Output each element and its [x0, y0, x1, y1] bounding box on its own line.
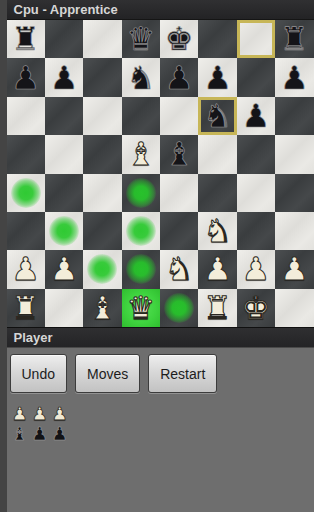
square-a1[interactable]: ♜: [7, 289, 45, 327]
black-bishop-icon: ♝: [165, 138, 194, 170]
square-g8[interactable]: [237, 20, 275, 58]
square-f6[interactable]: ♞: [198, 97, 236, 135]
white-rook-icon: ♜: [11, 292, 40, 324]
captured-black-pieces-row: ♝♟♟: [12, 423, 314, 443]
white-bishop-icon: ♝: [126, 138, 155, 170]
square-b3[interactable]: [45, 212, 83, 250]
title-bar: Cpu - Apprentice: [7, 0, 314, 20]
black-pawn-icon: ♟: [280, 62, 309, 94]
square-f2[interactable]: ♟: [198, 250, 236, 288]
square-c3[interactable]: [83, 212, 121, 250]
undo-button[interactable]: Undo: [10, 354, 67, 393]
square-c2[interactable]: [83, 250, 121, 288]
square-b6[interactable]: [45, 97, 83, 135]
square-h7[interactable]: ♟: [275, 58, 313, 96]
black-king-icon: ♚: [165, 23, 194, 55]
captured-black-pawn-icon: ♟: [32, 425, 52, 443]
black-pawn-icon: ♟: [11, 62, 40, 94]
captured-white-pawn-icon: ♟: [52, 405, 72, 423]
white-bishop-icon: ♝: [88, 292, 117, 324]
legal-move-dot: [126, 254, 156, 284]
captured-white-pieces-row: ♟♟♟: [12, 403, 314, 423]
square-b7[interactable]: ♟: [45, 58, 83, 96]
captured-black-bishop-icon: ♝: [12, 425, 32, 443]
square-e6[interactable]: [160, 97, 198, 135]
square-e2[interactable]: ♞: [160, 250, 198, 288]
white-pawn-icon: ♟: [50, 253, 79, 285]
square-d4[interactable]: [122, 174, 160, 212]
square-b4[interactable]: [45, 174, 83, 212]
square-d5[interactable]: ♝: [122, 135, 160, 173]
black-knight-icon: ♞: [203, 100, 232, 132]
chess-board: ♜♛♚♜♟♟♞♟♟♟♞♟♝♝♞♟♟♞♟♟♟♜♝♛♜♚: [7, 20, 314, 327]
black-knight-icon: ♞: [126, 62, 155, 94]
square-f1[interactable]: ♜: [198, 289, 236, 327]
captured-white-pawn-icon: ♟: [12, 405, 32, 423]
square-d7[interactable]: ♞: [122, 58, 160, 96]
app-title: Cpu - Apprentice: [14, 2, 118, 17]
square-g5[interactable]: [237, 135, 275, 173]
white-pawn-icon: ♟: [280, 253, 309, 285]
square-f5[interactable]: [198, 135, 236, 173]
square-h8[interactable]: ♜: [275, 20, 313, 58]
square-h2[interactable]: ♟: [275, 250, 313, 288]
white-pawn-icon: ♟: [203, 253, 232, 285]
captured-black-pawn-icon: ♟: [52, 425, 72, 443]
square-h4[interactable]: [275, 174, 313, 212]
square-b8[interactable]: [45, 20, 83, 58]
black-pawn-icon: ♟: [203, 62, 232, 94]
square-a8[interactable]: ♜: [7, 20, 45, 58]
square-e3[interactable]: [160, 212, 198, 250]
square-h5[interactable]: [275, 135, 313, 173]
square-f4[interactable]: [198, 174, 236, 212]
square-h3[interactable]: [275, 212, 313, 250]
square-a4[interactable]: [7, 174, 45, 212]
square-c4[interactable]: [83, 174, 121, 212]
square-d8[interactable]: ♛: [122, 20, 160, 58]
square-h6[interactable]: [275, 97, 313, 135]
square-f7[interactable]: ♟: [198, 58, 236, 96]
black-pawn-icon: ♟: [242, 100, 271, 132]
white-knight-icon: ♞: [203, 215, 232, 247]
legal-move-dot: [11, 178, 41, 208]
player-label: Player: [14, 330, 53, 345]
square-a6[interactable]: [7, 97, 45, 135]
square-d3[interactable]: [122, 212, 160, 250]
square-g7[interactable]: [237, 58, 275, 96]
restart-button[interactable]: Restart: [148, 354, 217, 393]
black-pawn-icon: ♟: [165, 62, 194, 94]
white-pawn-icon: ♟: [242, 253, 271, 285]
square-g6[interactable]: ♟: [237, 97, 275, 135]
white-queen-icon: ♛: [126, 292, 155, 324]
white-pawn-icon: ♟: [11, 253, 40, 285]
square-a2[interactable]: ♟: [7, 250, 45, 288]
captured-white-pawn-icon: ♟: [32, 405, 52, 423]
square-f3[interactable]: ♞: [198, 212, 236, 250]
square-d6[interactable]: [122, 97, 160, 135]
square-a3[interactable]: [7, 212, 45, 250]
square-e1[interactable]: [160, 289, 198, 327]
square-e8[interactable]: ♚: [160, 20, 198, 58]
button-row: Undo Moves Restart: [10, 354, 314, 393]
square-f8[interactable]: [198, 20, 236, 58]
square-c8[interactable]: [83, 20, 121, 58]
legal-move-dot: [164, 293, 194, 323]
square-g1[interactable]: ♚: [237, 289, 275, 327]
black-rook-icon: ♜: [11, 23, 40, 55]
white-rook-icon: ♜: [203, 292, 232, 324]
black-rook-icon: ♜: [280, 23, 309, 55]
square-e7[interactable]: ♟: [160, 58, 198, 96]
black-pawn-icon: ♟: [50, 62, 79, 94]
square-d2[interactable]: [122, 250, 160, 288]
square-d1[interactable]: ♛: [122, 289, 160, 327]
square-b2[interactable]: ♟: [45, 250, 83, 288]
square-c6[interactable]: [83, 97, 121, 135]
square-a5[interactable]: [7, 135, 45, 173]
legal-move-dot: [49, 216, 79, 246]
square-c5[interactable]: [83, 135, 121, 173]
square-h1[interactable]: [275, 289, 313, 327]
black-queen-icon: ♛: [126, 23, 155, 55]
player-status-bar: Player: [7, 327, 314, 348]
captured-pieces-tray: ♟♟♟ ♝♟♟: [12, 403, 314, 443]
square-e4[interactable]: [160, 174, 198, 212]
moves-button[interactable]: Moves: [75, 354, 140, 393]
square-c1[interactable]: ♝: [83, 289, 121, 327]
square-b5[interactable]: [45, 135, 83, 173]
control-panel: Undo Moves Restart ♟♟♟ ♝♟♟: [7, 348, 314, 512]
app-window: Cpu - Apprentice ♜♛♚♜♟♟♞♟♟♟♞♟♝♝♞♟♟♞♟♟♟♜♝…: [7, 0, 314, 512]
square-c7[interactable]: [83, 58, 121, 96]
square-g3[interactable]: [237, 212, 275, 250]
legal-move-dot: [87, 254, 117, 284]
white-king-icon: ♚: [242, 292, 271, 324]
square-e5[interactable]: ♝: [160, 135, 198, 173]
square-g2[interactable]: ♟: [237, 250, 275, 288]
legal-move-dot: [126, 216, 156, 246]
square-g4[interactable]: [237, 174, 275, 212]
square-b1[interactable]: [45, 289, 83, 327]
legal-move-dot: [126, 178, 156, 208]
white-knight-icon: ♞: [165, 253, 194, 285]
square-a7[interactable]: ♟: [7, 58, 45, 96]
